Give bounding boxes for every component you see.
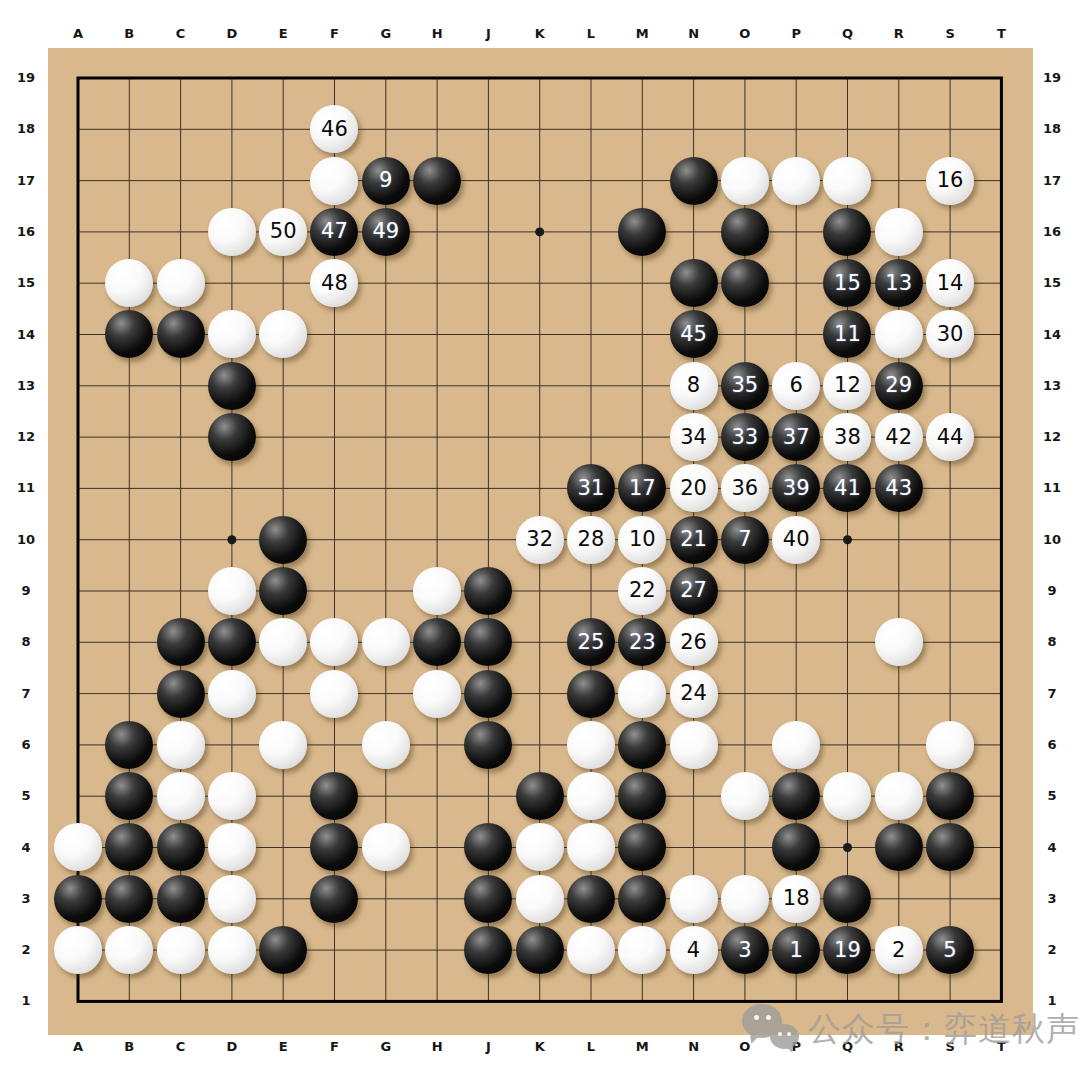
row-label-left-4: 4 <box>8 840 44 855</box>
stone-black-Q3 <box>823 875 871 923</box>
stone-black-M8: 23 <box>618 618 666 666</box>
stone-black-J2 <box>464 926 512 974</box>
stone-white-G6 <box>362 721 410 769</box>
col-label-top-N: N <box>682 26 706 41</box>
stone-black-L8: 25 <box>567 618 615 666</box>
stone-black-D12 <box>208 413 256 461</box>
row-label-left-16: 16 <box>8 224 44 239</box>
move-number-49: 49 <box>372 221 399 242</box>
stone-white-D16 <box>208 208 256 256</box>
stone-white-C2 <box>157 926 205 974</box>
row-label-left-8: 8 <box>8 634 44 649</box>
stone-black-N17 <box>670 157 718 205</box>
stone-black-C7 <box>157 670 205 718</box>
stone-black-J9 <box>464 567 512 615</box>
row-label-left-19: 19 <box>8 70 44 85</box>
move-number-17: 17 <box>629 478 656 499</box>
move-number-37: 37 <box>783 427 810 448</box>
stone-black-B3 <box>105 875 153 923</box>
move-number-41: 41 <box>834 478 861 499</box>
stone-black-Q2: 19 <box>823 926 871 974</box>
go-diagram-page: 4691650474948151314451130835612293433373… <box>0 0 1080 1080</box>
move-number-47: 47 <box>321 221 348 242</box>
stone-black-Q11: 41 <box>823 464 871 512</box>
row-label-right-11: 11 <box>1034 480 1070 495</box>
col-label-bottom-F: F <box>323 1039 347 1054</box>
row-label-right-16: 16 <box>1034 224 1070 239</box>
move-number-35: 35 <box>731 375 758 396</box>
move-number-5: 5 <box>943 940 956 961</box>
col-label-top-L: L <box>579 26 603 41</box>
stone-white-S6 <box>926 721 974 769</box>
stone-black-Q16 <box>823 208 871 256</box>
stone-black-E9 <box>259 567 307 615</box>
stone-white-C5 <box>157 772 205 820</box>
row-label-right-7: 7 <box>1034 686 1070 701</box>
col-label-top-S: S <box>938 26 962 41</box>
stone-white-O3 <box>721 875 769 923</box>
col-label-top-E: E <box>271 26 295 41</box>
col-label-top-C: C <box>169 26 193 41</box>
stone-black-K2 <box>516 926 564 974</box>
col-label-bottom-G: G <box>374 1039 398 1054</box>
stone-white-N8: 26 <box>670 618 718 666</box>
stone-white-D3 <box>208 875 256 923</box>
stone-black-B14 <box>105 310 153 358</box>
stone-white-R8 <box>875 618 923 666</box>
stone-black-O16 <box>721 208 769 256</box>
move-number-39: 39 <box>783 478 810 499</box>
stone-white-L10: 28 <box>567 516 615 564</box>
stone-black-R4 <box>875 823 923 871</box>
stone-black-H17 <box>413 157 461 205</box>
stone-white-L5 <box>567 772 615 820</box>
stone-black-M6 <box>618 721 666 769</box>
stone-black-M4 <box>618 823 666 871</box>
col-label-top-P: P <box>784 26 808 41</box>
stone-black-R11: 43 <box>875 464 923 512</box>
row-label-left-15: 15 <box>8 275 44 290</box>
stone-black-F3 <box>310 875 358 923</box>
move-number-12: 12 <box>834 375 861 396</box>
row-label-left-14: 14 <box>8 327 44 342</box>
stone-white-D4 <box>208 823 256 871</box>
stone-black-R13: 29 <box>875 362 923 410</box>
row-label-left-1: 1 <box>8 993 44 1008</box>
col-label-top-H: H <box>425 26 449 41</box>
move-number-36: 36 <box>731 478 758 499</box>
stone-white-D5 <box>208 772 256 820</box>
stone-white-F18: 46 <box>310 105 358 153</box>
stone-white-C15 <box>157 259 205 307</box>
stone-white-P6 <box>772 721 820 769</box>
col-label-bottom-N: N <box>682 1039 706 1054</box>
move-number-43: 43 <box>885 478 912 499</box>
move-number-4: 4 <box>687 940 700 961</box>
stone-white-D9 <box>208 567 256 615</box>
stone-white-N11: 20 <box>670 464 718 512</box>
stone-white-P17 <box>772 157 820 205</box>
move-number-45: 45 <box>680 324 707 345</box>
move-number-16: 16 <box>937 170 964 191</box>
move-number-32: 32 <box>526 529 553 550</box>
move-number-13: 13 <box>885 273 912 294</box>
move-number-48: 48 <box>321 273 348 294</box>
move-number-9: 9 <box>379 170 392 191</box>
stone-white-P10: 40 <box>772 516 820 564</box>
col-label-top-J: J <box>476 26 500 41</box>
row-label-right-8: 8 <box>1034 634 1070 649</box>
stone-black-M16 <box>618 208 666 256</box>
stone-black-N14: 45 <box>670 310 718 358</box>
row-label-right-15: 15 <box>1034 275 1070 290</box>
move-number-23: 23 <box>629 632 656 653</box>
stone-white-L4 <box>567 823 615 871</box>
stone-white-S12: 44 <box>926 413 974 461</box>
stone-white-A4 <box>54 823 102 871</box>
stone-black-O15 <box>721 259 769 307</box>
move-number-1: 1 <box>789 940 802 961</box>
stone-white-S14: 30 <box>926 310 974 358</box>
stone-white-S15: 14 <box>926 259 974 307</box>
col-label-bottom-M: M <box>630 1039 654 1054</box>
stone-black-N15 <box>670 259 718 307</box>
stone-white-A2 <box>54 926 102 974</box>
stone-white-F7 <box>310 670 358 718</box>
stone-black-P5 <box>772 772 820 820</box>
stone-black-P12: 37 <box>772 413 820 461</box>
stone-black-S5 <box>926 772 974 820</box>
row-label-right-14: 14 <box>1034 327 1070 342</box>
row-label-right-19: 19 <box>1034 70 1070 85</box>
stone-white-D7 <box>208 670 256 718</box>
stone-white-M7 <box>618 670 666 718</box>
move-number-15: 15 <box>834 273 861 294</box>
row-label-right-2: 2 <box>1034 942 1070 957</box>
stone-black-J8 <box>464 618 512 666</box>
move-number-22: 22 <box>629 580 656 601</box>
move-number-38: 38 <box>834 427 861 448</box>
stone-black-B5 <box>105 772 153 820</box>
stone-white-N7: 24 <box>670 670 718 718</box>
stone-black-G16: 49 <box>362 208 410 256</box>
stone-white-Q17 <box>823 157 871 205</box>
stone-black-J4 <box>464 823 512 871</box>
move-number-28: 28 <box>578 529 605 550</box>
move-number-42: 42 <box>885 427 912 448</box>
move-number-2: 2 <box>892 940 905 961</box>
col-label-bottom-A: A <box>66 1039 90 1054</box>
stone-white-Q13: 12 <box>823 362 871 410</box>
stone-black-F5 <box>310 772 358 820</box>
move-number-33: 33 <box>731 427 758 448</box>
row-label-right-17: 17 <box>1034 173 1070 188</box>
stone-black-J3 <box>464 875 512 923</box>
stone-white-E8 <box>259 618 307 666</box>
row-label-left-13: 13 <box>8 378 44 393</box>
stone-black-R15: 13 <box>875 259 923 307</box>
col-label-bottom-E: E <box>271 1039 295 1054</box>
stone-white-E6 <box>259 721 307 769</box>
row-label-left-17: 17 <box>8 173 44 188</box>
col-label-top-K: K <box>528 26 552 41</box>
row-label-right-9: 9 <box>1034 583 1070 598</box>
stone-white-F17 <box>310 157 358 205</box>
row-label-left-6: 6 <box>8 737 44 752</box>
col-label-bottom-L: L <box>579 1039 603 1054</box>
col-label-top-T: T <box>989 26 1013 41</box>
move-number-31: 31 <box>578 478 605 499</box>
col-label-top-F: F <box>323 26 347 41</box>
stone-black-S4 <box>926 823 974 871</box>
stone-white-R16 <box>875 208 923 256</box>
stone-black-J7 <box>464 670 512 718</box>
col-label-top-B: B <box>117 26 141 41</box>
stone-white-F15: 48 <box>310 259 358 307</box>
stone-white-E14 <box>259 310 307 358</box>
stone-black-H8 <box>413 618 461 666</box>
stone-white-K4 <box>516 823 564 871</box>
wechat-icon <box>742 1002 800 1056</box>
stone-white-N13: 8 <box>670 362 718 410</box>
stone-white-K3 <box>516 875 564 923</box>
row-label-right-6: 6 <box>1034 737 1070 752</box>
stone-white-P13: 6 <box>772 362 820 410</box>
stone-white-R12: 42 <box>875 413 923 461</box>
stone-black-F4 <box>310 823 358 871</box>
stone-white-H9 <box>413 567 461 615</box>
stone-white-N2: 4 <box>670 926 718 974</box>
move-number-20: 20 <box>680 478 707 499</box>
move-number-8: 8 <box>687 375 700 396</box>
stone-white-R14 <box>875 310 923 358</box>
stone-white-Q12: 38 <box>823 413 871 461</box>
stone-white-O17 <box>721 157 769 205</box>
stone-black-E2 <box>259 926 307 974</box>
row-label-right-3: 3 <box>1034 891 1070 906</box>
move-number-10: 10 <box>629 529 656 550</box>
stone-black-S2: 5 <box>926 926 974 974</box>
col-label-top-A: A <box>66 26 90 41</box>
stone-black-O2: 3 <box>721 926 769 974</box>
stone-black-N10: 21 <box>670 516 718 564</box>
stone-black-L7 <box>567 670 615 718</box>
move-number-40: 40 <box>783 529 810 550</box>
stone-black-B6 <box>105 721 153 769</box>
stone-white-B2 <box>105 926 153 974</box>
row-label-right-12: 12 <box>1034 429 1070 444</box>
row-label-left-3: 3 <box>8 891 44 906</box>
row-label-left-5: 5 <box>8 788 44 803</box>
stone-black-M3 <box>618 875 666 923</box>
stone-black-L11: 31 <box>567 464 615 512</box>
move-number-7: 7 <box>738 529 751 550</box>
stone-black-Q14: 11 <box>823 310 871 358</box>
row-label-right-18: 18 <box>1034 121 1070 136</box>
col-label-top-M: M <box>630 26 654 41</box>
row-label-right-10: 10 <box>1034 532 1070 547</box>
board-grid: 4691650474948151314451130835612293433373… <box>52 52 1027 1027</box>
move-number-34: 34 <box>680 427 707 448</box>
col-label-top-O: O <box>733 26 757 41</box>
go-board: 4691650474948151314451130835612293433373… <box>48 48 1033 1035</box>
move-number-11: 11 <box>834 324 861 345</box>
stone-black-C4 <box>157 823 205 871</box>
stone-white-D14 <box>208 310 256 358</box>
stone-black-N9: 27 <box>670 567 718 615</box>
row-label-left-18: 18 <box>8 121 44 136</box>
stone-white-O5 <box>721 772 769 820</box>
move-number-19: 19 <box>834 940 861 961</box>
move-number-14: 14 <box>937 273 964 294</box>
move-number-3: 3 <box>738 940 751 961</box>
stone-white-N12: 34 <box>670 413 718 461</box>
row-label-left-11: 11 <box>8 480 44 495</box>
stone-black-B4 <box>105 823 153 871</box>
stone-white-M2 <box>618 926 666 974</box>
watermark-text: 公众号：弈道秋声 <box>808 1007 1080 1052</box>
stone-white-M9: 22 <box>618 567 666 615</box>
stone-white-G8 <box>362 618 410 666</box>
col-label-bottom-H: H <box>425 1039 449 1054</box>
row-label-left-12: 12 <box>8 429 44 444</box>
stone-white-N3 <box>670 875 718 923</box>
stone-black-A3 <box>54 875 102 923</box>
stone-black-D8 <box>208 618 256 666</box>
col-label-bottom-K: K <box>528 1039 552 1054</box>
col-label-bottom-C: C <box>169 1039 193 1054</box>
move-number-18: 18 <box>783 888 810 909</box>
move-number-6: 6 <box>789 375 802 396</box>
col-label-bottom-B: B <box>117 1039 141 1054</box>
row-label-right-13: 13 <box>1034 378 1070 393</box>
stone-black-J6 <box>464 721 512 769</box>
move-number-50: 50 <box>270 221 297 242</box>
stone-white-D2 <box>208 926 256 974</box>
col-label-top-Q: Q <box>836 26 860 41</box>
stone-white-E16: 50 <box>259 208 307 256</box>
stone-white-R2: 2 <box>875 926 923 974</box>
move-number-25: 25 <box>578 632 605 653</box>
stone-white-C6 <box>157 721 205 769</box>
stone-white-L6 <box>567 721 615 769</box>
stone-black-Q15: 15 <box>823 259 871 307</box>
stone-white-R5 <box>875 772 923 820</box>
stone-white-B15 <box>105 259 153 307</box>
stone-black-P4 <box>772 823 820 871</box>
move-number-21: 21 <box>680 529 707 550</box>
stone-white-Q5 <box>823 772 871 820</box>
stone-white-M10: 10 <box>618 516 666 564</box>
stone-white-O11: 36 <box>721 464 769 512</box>
move-number-44: 44 <box>937 427 964 448</box>
row-label-left-7: 7 <box>8 686 44 701</box>
stone-black-P11: 39 <box>772 464 820 512</box>
move-number-26: 26 <box>680 632 707 653</box>
stone-black-O13: 35 <box>721 362 769 410</box>
move-number-27: 27 <box>680 580 707 601</box>
stone-black-C14 <box>157 310 205 358</box>
col-label-top-D: D <box>220 26 244 41</box>
col-label-top-R: R <box>887 26 911 41</box>
stone-black-O12: 33 <box>721 413 769 461</box>
stone-black-L3 <box>567 875 615 923</box>
stone-white-P3: 18 <box>772 875 820 923</box>
stone-black-C8 <box>157 618 205 666</box>
row-label-right-4: 4 <box>1034 840 1070 855</box>
stone-white-F8 <box>310 618 358 666</box>
row-label-left-10: 10 <box>8 532 44 547</box>
watermark: 公众号：弈道秋声 <box>742 1002 1080 1056</box>
stone-white-L2 <box>567 926 615 974</box>
col-label-bottom-J: J <box>476 1039 500 1054</box>
stone-black-M11: 17 <box>618 464 666 512</box>
stone-white-N6 <box>670 721 718 769</box>
move-number-30: 30 <box>937 324 964 345</box>
stone-black-D13 <box>208 362 256 410</box>
stone-white-S17: 16 <box>926 157 974 205</box>
stone-black-G17: 9 <box>362 157 410 205</box>
stone-black-O10: 7 <box>721 516 769 564</box>
row-label-left-2: 2 <box>8 942 44 957</box>
stone-white-K10: 32 <box>516 516 564 564</box>
stone-black-M5 <box>618 772 666 820</box>
stone-black-P2: 1 <box>772 926 820 974</box>
stone-black-C3 <box>157 875 205 923</box>
move-number-24: 24 <box>680 683 707 704</box>
stone-white-H7 <box>413 670 461 718</box>
move-number-29: 29 <box>885 375 912 396</box>
stone-black-F16: 47 <box>310 208 358 256</box>
row-label-left-9: 9 <box>8 583 44 598</box>
stone-white-G4 <box>362 823 410 871</box>
stone-black-K5 <box>516 772 564 820</box>
col-label-top-G: G <box>374 26 398 41</box>
row-label-right-5: 5 <box>1034 788 1070 803</box>
col-label-bottom-D: D <box>220 1039 244 1054</box>
stone-black-E10 <box>259 516 307 564</box>
move-number-46: 46 <box>321 119 348 140</box>
